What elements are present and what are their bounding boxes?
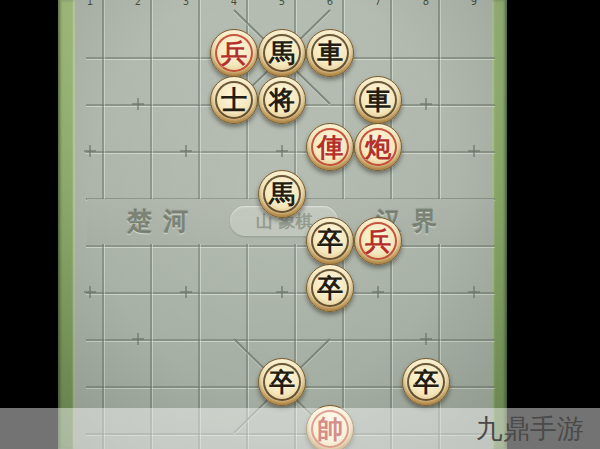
piece-face: 車 [311,34,349,72]
piece-face: 卒 [311,222,349,260]
piece-black-general[interactable]: 将 [258,76,306,124]
piece-face: 炮 [359,128,397,166]
piece-face: 士 [215,81,253,119]
piece-face: 俥 [311,128,349,166]
piece-glyph: 馬 [269,181,295,207]
piece-face: 馬 [263,34,301,72]
piece-glyph: 将 [269,87,295,113]
piece-black-soldier[interactable]: 卒 [258,358,306,406]
piece-face: 卒 [407,363,445,401]
piece-glyph: 卒 [317,275,343,301]
piece-glyph: 士 [221,87,247,113]
piece-glyph: 馬 [269,40,295,66]
piece-glyph: 炮 [365,134,391,160]
piece-black-horse[interactable]: 馬 [258,170,306,218]
piece-red-cannon[interactable]: 炮 [354,123,402,171]
piece-grid: 兵馬車士将車俥炮馬卒兵卒卒卒帥 [66,0,498,449]
piece-glyph: 車 [365,87,391,113]
piece-glyph: 俥 [317,134,343,160]
xiangqi-game-screenshot: 123456789 楚河 汉界 山 象棋 兵馬車士将車俥炮馬卒兵卒卒卒帥 九鼎手… [0,0,600,449]
piece-face: 兵 [359,222,397,260]
watermark-text: 九鼎手游网 [476,408,600,449]
piece-glyph: 卒 [269,369,295,395]
piece-black-chariot[interactable]: 車 [354,76,402,124]
piece-glyph: 車 [317,40,343,66]
piece-black-chariot[interactable]: 車 [306,29,354,77]
piece-face: 兵 [215,34,253,72]
piece-glyph: 兵 [365,228,391,254]
piece-red-soldier[interactable]: 兵 [210,29,258,77]
piece-black-soldier[interactable]: 卒 [306,217,354,265]
piece-black-advisor[interactable]: 士 [210,76,258,124]
piece-red-chariot[interactable]: 俥 [306,123,354,171]
piece-glyph: 卒 [413,369,439,395]
piece-face: 卒 [311,269,349,307]
piece-face: 車 [359,81,397,119]
piece-face: 馬 [263,175,301,213]
piece-black-horse[interactable]: 馬 [258,29,306,77]
piece-red-soldier[interactable]: 兵 [354,217,402,265]
piece-glyph: 卒 [317,228,343,254]
piece-black-soldier[interactable]: 卒 [402,358,450,406]
piece-face: 将 [263,81,301,119]
piece-glyph: 兵 [221,40,247,66]
piece-black-soldier[interactable]: 卒 [306,264,354,312]
piece-face: 卒 [263,363,301,401]
